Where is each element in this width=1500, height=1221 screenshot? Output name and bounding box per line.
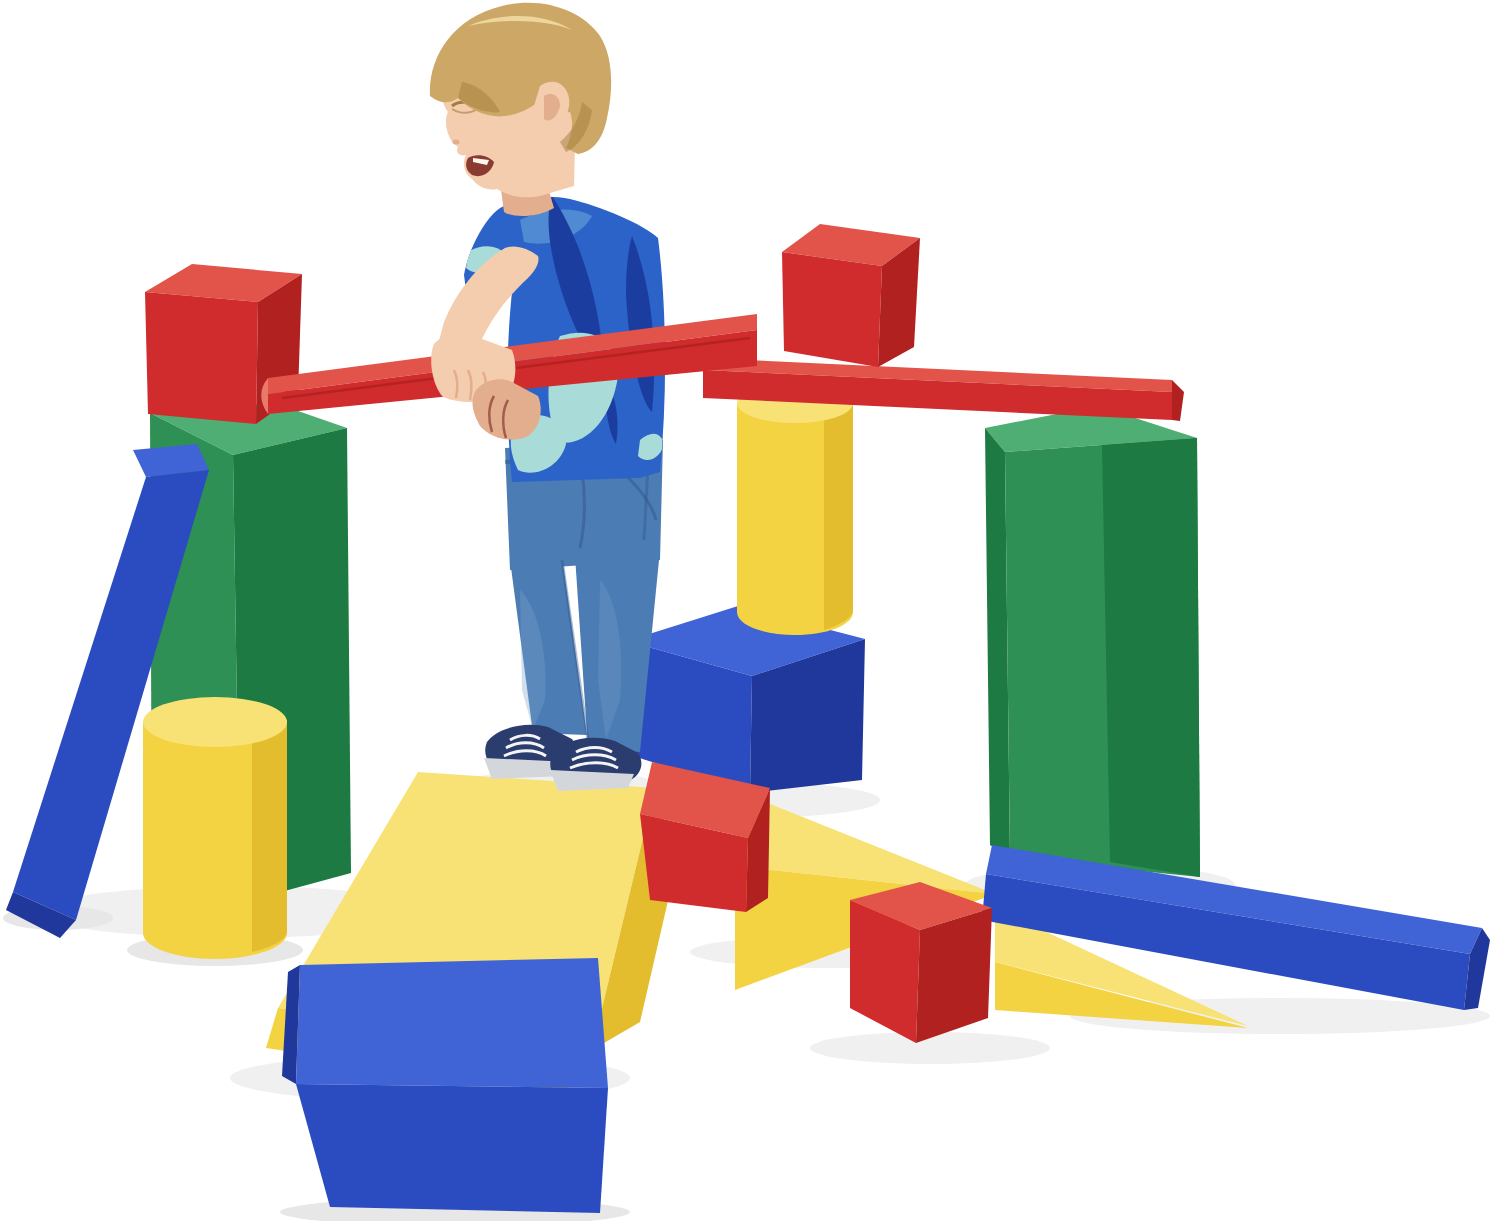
product-photo <box>0 0 1500 1221</box>
small-red-cube-side <box>916 908 992 1043</box>
child-head <box>430 3 611 198</box>
right-pillar-side-shade <box>1102 438 1200 877</box>
front-block-front <box>296 1084 608 1213</box>
child-jeans <box>505 440 663 752</box>
center-red-cube <box>640 762 770 912</box>
center-cylinder-shade <box>824 403 853 630</box>
top-red-cube <box>782 224 920 367</box>
front-blue-block <box>282 958 608 1213</box>
bridge-beam-end <box>1172 380 1184 421</box>
left-cylinder-shade <box>252 720 287 952</box>
front-block-top <box>296 958 608 1088</box>
right-green-pillar <box>985 406 1200 877</box>
left-cylinder-top <box>143 697 287 747</box>
left-yellow-cylinder <box>143 697 287 959</box>
top-red-cube-front <box>782 252 882 367</box>
child-nostril <box>453 140 460 145</box>
center-yellow-cylinder <box>737 383 853 635</box>
left-red-cube-front <box>145 292 258 424</box>
small-red-cube <box>850 882 992 1043</box>
soft-blocks-scene <box>0 0 1500 1221</box>
